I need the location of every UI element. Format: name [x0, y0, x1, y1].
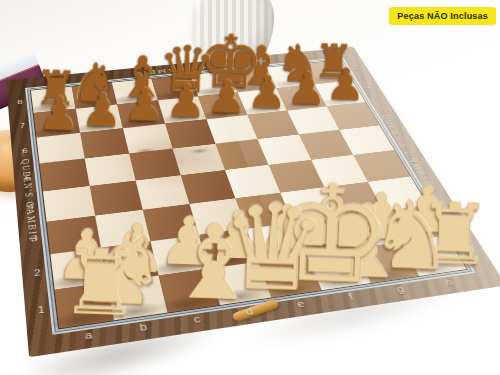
- piece-white-bishop: ♝: [166, 215, 222, 309]
- coordinate-file-c: c: [169, 311, 225, 328]
- square-a6: [36, 133, 84, 164]
- coordinate-file-a: a: [60, 327, 117, 345]
- piece-white-rook: ♜: [59, 242, 116, 324]
- piece-black-pawn: ♟: [285, 68, 327, 109]
- board-brand-left: THEQUEEN'S GAMBIT: [19, 149, 41, 244]
- coordinate-rank-5-left: 5: [21, 174, 34, 182]
- piece-black-pawn: ♟: [205, 76, 248, 117]
- coordinate-rank-6-left: 6: [19, 147, 32, 155]
- coordinate-rank-1-left: 1: [33, 304, 48, 316]
- square-a5: [40, 158, 90, 191]
- piece-black-pawn: ♟: [80, 88, 124, 130]
- coordinate-rank-7-left: 7: [16, 122, 28, 129]
- square-a7: ♟: [34, 109, 80, 138]
- pieces-not-included-badge: Peças NÃO Inclusas: [389, 7, 496, 25]
- coordinate-rank-8-left: 8: [14, 99, 26, 106]
- board-brand-text: QUEEN'S GAMBIT: [20, 158, 41, 243]
- chessboard-3d: THEQUEEN'S GAMBIT QUEEN'S GAMBIT QUEEN'S…: [6, 47, 500, 357]
- piece-black-pawn: ♟: [325, 64, 367, 104]
- board-frame: THEQUEEN'S GAMBIT QUEEN'S GAMBIT QUEEN'S…: [6, 47, 500, 357]
- product-photo-scene: THEQUEEN'S GAMBIT QUEEN'S GAMBIT QUEEN'S…: [0, 0, 500, 375]
- piece-black-pawn: ♟: [122, 84, 166, 126]
- piece-black-pawn: ♟: [36, 93, 81, 136]
- coordinate-rank-2-left: 2: [30, 268, 45, 279]
- piece-black-pawn: ♟: [164, 80, 207, 122]
- coordinate-rank-3-left: 3: [27, 234, 41, 244]
- piece-black-pawn: ♟: [246, 72, 289, 113]
- chessboard: THEQUEEN'S GAMBIT QUEEN'S GAMBIT QUEEN'S…: [12, 0, 438, 375]
- coordinate-file-b: b: [115, 319, 171, 337]
